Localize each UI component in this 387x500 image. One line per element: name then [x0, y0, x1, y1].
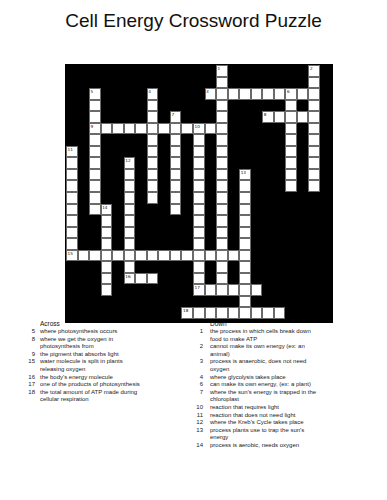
grid-cell[interactable]: [251, 88, 263, 100]
grid-block: [205, 180, 217, 192]
grid-cell[interactable]: [239, 88, 251, 100]
grid-block: [274, 227, 286, 239]
grid-cell[interactable]: 7: [170, 111, 182, 123]
grid-cell[interactable]: [66, 180, 78, 192]
grid-cell[interactable]: [262, 88, 274, 100]
grid-block: [78, 88, 90, 100]
grid-block: [262, 157, 274, 169]
grid-cell[interactable]: [308, 180, 320, 192]
grid-cell[interactable]: [193, 250, 205, 262]
grid-cell[interactable]: [239, 227, 251, 239]
grid-cell[interactable]: [216, 88, 228, 100]
grid-block: [251, 261, 263, 273]
grid-cell[interactable]: [193, 134, 205, 146]
grid-cell[interactable]: [170, 157, 182, 169]
grid-block: [274, 238, 286, 250]
grid-cell[interactable]: [239, 192, 251, 204]
grid-cell[interactable]: [216, 111, 228, 123]
grid-block: [297, 307, 309, 319]
grid-block: [181, 227, 193, 239]
grid-block: [251, 169, 263, 181]
grid-block: [308, 273, 320, 285]
grid-block: [135, 146, 147, 158]
grid-cell[interactable]: [228, 307, 240, 319]
grid-block: [181, 88, 193, 100]
grid-block: [147, 261, 159, 273]
grid-block: [66, 307, 78, 319]
clue-text: where the sun's energy is trapped in the…: [210, 389, 322, 404]
grid-cell[interactable]: [193, 238, 205, 250]
grid-cell[interactable]: [228, 88, 240, 100]
clue-number: 4: [190, 374, 203, 382]
grid-cell[interactable]: [216, 123, 228, 135]
grid-block: [89, 307, 101, 319]
clue-number: 2: [190, 343, 203, 351]
grid-cell[interactable]: [205, 123, 217, 135]
grid-block: [78, 192, 90, 204]
grid-cell[interactable]: [147, 111, 159, 123]
grid-cell[interactable]: [193, 192, 205, 204]
grid-cell[interactable]: [216, 215, 228, 227]
grid-cell[interactable]: [205, 250, 217, 262]
grid-cell[interactable]: [216, 192, 228, 204]
grid-block: [112, 169, 124, 181]
grid-block: [251, 111, 263, 123]
grid-cell[interactable]: [285, 169, 297, 181]
grid-cell[interactable]: [66, 192, 78, 204]
grid-cell[interactable]: [124, 192, 136, 204]
grid-block: [228, 192, 240, 204]
grid-block: [89, 296, 101, 308]
grid-cell[interactable]: 13: [239, 169, 251, 181]
grid-cell[interactable]: [239, 180, 251, 192]
grid-cell[interactable]: [216, 169, 228, 181]
grid-block: [66, 111, 78, 123]
grid-cell[interactable]: [193, 180, 205, 192]
grid-block: [285, 65, 297, 77]
grid-cell[interactable]: [147, 169, 159, 181]
grid-block: [239, 111, 251, 123]
grid-block: [297, 284, 309, 296]
grid-block: [285, 307, 297, 319]
grid-block: [308, 215, 320, 227]
grid-block: [66, 65, 78, 77]
grid-cell[interactable]: [135, 273, 147, 285]
grid-cell[interactable]: [297, 88, 309, 100]
grid-block: [78, 65, 90, 77]
grid-block: [262, 180, 274, 192]
grid-cell[interactable]: [78, 250, 90, 262]
cell-number: 9: [91, 124, 94, 129]
grid-cell[interactable]: [216, 146, 228, 158]
grid-cell[interactable]: [124, 169, 136, 181]
grid-cell[interactable]: [228, 250, 240, 262]
grid-block: [251, 192, 263, 204]
grid-cell[interactable]: [101, 123, 113, 135]
grid-cell[interactable]: 5: [89, 88, 101, 100]
grid-cell[interactable]: [124, 238, 136, 250]
grid-cell[interactable]: [239, 284, 251, 296]
grid-cell[interactable]: [181, 250, 193, 262]
grid-cell[interactable]: [308, 123, 320, 135]
grid-block: [251, 215, 263, 227]
grid-block: [147, 284, 159, 296]
grid-cell[interactable]: [239, 261, 251, 273]
grid-cell[interactable]: [124, 123, 136, 135]
grid-cell[interactable]: [124, 215, 136, 227]
grid-block: [124, 284, 136, 296]
grid-cell[interactable]: [216, 77, 228, 89]
grid-block: [308, 204, 320, 216]
grid-cell[interactable]: [216, 180, 228, 192]
grid-cell[interactable]: [216, 227, 228, 239]
grid-cell[interactable]: [89, 134, 101, 146]
grid-cell[interactable]: [181, 123, 193, 135]
grid-cell[interactable]: [216, 134, 228, 146]
grid-block: [181, 65, 193, 77]
grid-cell[interactable]: [193, 261, 205, 273]
grid-cell[interactable]: 14: [101, 204, 113, 216]
grid-block: [297, 100, 309, 112]
grid-cell[interactable]: 16: [124, 273, 136, 285]
grid-block: [181, 192, 193, 204]
grid-cell[interactable]: [308, 169, 320, 181]
grid-cell[interactable]: [193, 169, 205, 181]
grid-cell[interactable]: [274, 307, 286, 319]
grid-cell[interactable]: [308, 134, 320, 146]
grid-block: [170, 273, 182, 285]
grid-cell[interactable]: [147, 146, 159, 158]
grid-block: [228, 261, 240, 273]
clue-number: 18: [22, 389, 35, 397]
grid-cell[interactable]: [216, 204, 228, 216]
grid-cell[interactable]: [89, 146, 101, 158]
grid-block: [89, 65, 101, 77]
clue-item: 10reaction that requires light: [190, 404, 370, 412]
clue-text: process is aerobic, needs oxygen: [210, 442, 322, 450]
grid-block: [228, 123, 240, 135]
clue-number: 13: [190, 427, 203, 435]
grid-cell[interactable]: [158, 123, 170, 135]
grid-cell[interactable]: [308, 77, 320, 89]
grid-cell[interactable]: [193, 307, 205, 319]
grid-cell[interactable]: [239, 215, 251, 227]
grid-cell[interactable]: [170, 192, 182, 204]
grid-block: [147, 238, 159, 250]
grid-cell[interactable]: [112, 123, 124, 135]
grid-cell[interactable]: [124, 204, 136, 216]
grid-block: [285, 250, 297, 262]
grid-block: [193, 111, 205, 123]
grid-block: [181, 77, 193, 89]
grid-cell[interactable]: 12: [124, 157, 136, 169]
grid-cell[interactable]: [262, 307, 274, 319]
grid-block: [285, 227, 297, 239]
grid-block: [262, 261, 274, 273]
grid-cell[interactable]: [193, 204, 205, 216]
grid-cell[interactable]: [193, 146, 205, 158]
grid-cell[interactable]: [170, 204, 182, 216]
grid-cell[interactable]: [101, 227, 113, 239]
grid-block: [89, 227, 101, 239]
grid-cell[interactable]: [158, 250, 170, 262]
grid-cell[interactable]: [170, 134, 182, 146]
grid-cell[interactable]: [66, 157, 78, 169]
grid-cell[interactable]: [216, 250, 228, 262]
grid-block: [135, 227, 147, 239]
grid-cell[interactable]: [101, 238, 113, 250]
grid-cell[interactable]: [101, 273, 113, 285]
grid-cell[interactable]: [101, 261, 113, 273]
grid-block: [181, 296, 193, 308]
grid-cell[interactable]: [251, 307, 263, 319]
grid-cell[interactable]: [112, 250, 124, 262]
grid-block: [112, 77, 124, 89]
clue-item: 18the total amount of ATP made during ce…: [22, 389, 187, 404]
grid-block: [147, 215, 159, 227]
grid-cell[interactable]: [308, 157, 320, 169]
clue-number: 12: [190, 419, 203, 427]
grid-cell[interactable]: [228, 284, 240, 296]
grid-cell[interactable]: [193, 215, 205, 227]
grid-cell[interactable]: [124, 250, 136, 262]
grid-cell[interactable]: 3: [205, 88, 217, 100]
grid-cell[interactable]: [308, 111, 320, 123]
grid-cell[interactable]: [89, 157, 101, 169]
grid-block: [101, 169, 113, 181]
grid-cell[interactable]: [274, 88, 286, 100]
grid-block: [66, 100, 78, 112]
grid-cell[interactable]: [89, 250, 101, 262]
grid-block: [251, 123, 263, 135]
grid-block: [124, 100, 136, 112]
grid-cell[interactable]: [124, 180, 136, 192]
clue-text: can make its own energy, (ex: a plant): [210, 381, 322, 389]
grid-cell[interactable]: [66, 169, 78, 181]
grid-cell[interactable]: [285, 123, 297, 135]
grid-block: [124, 146, 136, 158]
grid-cell[interactable]: [66, 204, 78, 216]
grid-cell[interactable]: 11: [66, 146, 78, 158]
grid-block: [181, 284, 193, 296]
grid-block: [158, 100, 170, 112]
grid-cell[interactable]: 8: [262, 111, 274, 123]
grid-cell[interactable]: [66, 238, 78, 250]
grid-cell[interactable]: [216, 100, 228, 112]
grid-cell[interactable]: [170, 250, 182, 262]
grid-cell[interactable]: 9: [89, 123, 101, 135]
grid-block: [181, 111, 193, 123]
grid-block: [158, 146, 170, 158]
grid-cell[interactable]: 18: [181, 307, 193, 319]
grid-cell[interactable]: [193, 157, 205, 169]
grid-cell[interactable]: [216, 157, 228, 169]
cell-number: 15: [68, 251, 73, 256]
grid-cell[interactable]: 4: [147, 88, 159, 100]
grid-cell[interactable]: [297, 111, 309, 123]
grid-cell[interactable]: [147, 192, 159, 204]
clue-text: process plants use to trap the sun's ene…: [210, 427, 322, 442]
grid-cell[interactable]: [285, 180, 297, 192]
cell-number: 16: [125, 274, 130, 279]
cell-number: 8: [264, 112, 267, 117]
grid-block: [158, 111, 170, 123]
clue-item: 8where we get the oxygen in photosynthes…: [22, 336, 187, 351]
grid-cell[interactable]: 15: [66, 250, 78, 262]
grid-cell[interactable]: [239, 250, 251, 262]
grid-cell[interactable]: [147, 180, 159, 192]
grid-cell[interactable]: [89, 169, 101, 181]
grid-block: [78, 307, 90, 319]
grid-block: [274, 77, 286, 89]
grid-cell[interactable]: [239, 307, 251, 319]
grid-cell[interactable]: 6: [285, 88, 297, 100]
grid-cell[interactable]: [193, 273, 205, 285]
grid-block: [262, 204, 274, 216]
grid-block: [101, 77, 113, 89]
grid-cell[interactable]: [66, 215, 78, 227]
grid-cell[interactable]: [216, 284, 228, 296]
grid-cell[interactable]: [170, 180, 182, 192]
grid-block: [228, 204, 240, 216]
grid-block: [181, 157, 193, 169]
grid-cell[interactable]: [66, 227, 78, 239]
grid-block: [228, 273, 240, 285]
grid-block: [205, 296, 217, 308]
grid-block: [285, 273, 297, 285]
grid-cell[interactable]: [285, 111, 297, 123]
grid-block: [135, 77, 147, 89]
grid-cell[interactable]: [89, 192, 101, 204]
grid-cell[interactable]: [135, 250, 147, 262]
cell-number: 3: [206, 89, 209, 94]
cell-number: 1: [218, 66, 221, 71]
grid-block: [124, 65, 136, 77]
grid-cell[interactable]: [124, 261, 136, 273]
grid-cell[interactable]: [308, 100, 320, 112]
grid-cell[interactable]: [170, 169, 182, 181]
grid-block: [216, 296, 228, 308]
grid-cell[interactable]: [285, 134, 297, 146]
grid-cell[interactable]: [147, 157, 159, 169]
grid-cell[interactable]: [239, 204, 251, 216]
grid-block: [297, 261, 309, 273]
clue-number: 10: [190, 404, 203, 412]
grid-cell[interactable]: [274, 111, 286, 123]
grid-block: [262, 65, 274, 77]
grid-cell[interactable]: [170, 123, 182, 135]
grid-cell[interactable]: [285, 100, 297, 112]
grid-block: [274, 169, 286, 181]
grid-block: [274, 215, 286, 227]
grid-cell[interactable]: [216, 238, 228, 250]
clue-number: 3: [190, 358, 203, 366]
grid-cell[interactable]: 2: [308, 65, 320, 77]
grid-block: [274, 100, 286, 112]
grid-block: [228, 215, 240, 227]
grid-block: [205, 77, 217, 89]
cell-number: 6: [287, 89, 290, 94]
grid-cell[interactable]: [147, 100, 159, 112]
grid-cell[interactable]: [239, 296, 251, 308]
grid-cell[interactable]: [308, 146, 320, 158]
clue-text: one of the products of photosynthesis: [40, 381, 140, 389]
grid-block: [297, 227, 309, 239]
grid-cell[interactable]: 1: [216, 65, 228, 77]
grid-block: [170, 307, 182, 319]
grid-block: [228, 146, 240, 158]
grid-cell[interactable]: [239, 273, 251, 285]
grid-cell[interactable]: [205, 284, 217, 296]
grid-block: [101, 157, 113, 169]
grid-cell[interactable]: 17: [193, 284, 205, 296]
grid-block: [135, 100, 147, 112]
grid-cell[interactable]: [147, 250, 159, 262]
grid-block: [285, 296, 297, 308]
grid-cell[interactable]: [193, 227, 205, 239]
grid-cell[interactable]: [101, 250, 113, 262]
grid-cell[interactable]: [89, 111, 101, 123]
page-title: Cell Energy Crossword Puzzle: [0, 10, 387, 32]
grid-cell[interactable]: [251, 284, 263, 296]
grid-cell[interactable]: [89, 204, 101, 216]
grid-block: [251, 227, 263, 239]
grid-cell[interactable]: [216, 273, 228, 285]
grid-block: [193, 88, 205, 100]
grid-block: [181, 169, 193, 181]
grid-cell[interactable]: [147, 123, 159, 135]
grid-block: [297, 204, 309, 216]
grid-cell[interactable]: [285, 146, 297, 158]
grid-cell[interactable]: [216, 307, 228, 319]
grid-block: [262, 146, 274, 158]
grid-cell[interactable]: [135, 123, 147, 135]
grid-cell[interactable]: [285, 157, 297, 169]
grid-cell[interactable]: [216, 261, 228, 273]
grid-block: [135, 88, 147, 100]
grid-cell[interactable]: [308, 88, 320, 100]
grid-cell[interactable]: [205, 307, 217, 319]
grid-cell[interactable]: [147, 134, 159, 146]
grid-cell[interactable]: 10: [193, 123, 205, 135]
grid-block: [66, 134, 78, 146]
grid-block: [274, 250, 286, 262]
grid-cell[interactable]: [170, 146, 182, 158]
grid-block: [274, 192, 286, 204]
grid-block: [193, 100, 205, 112]
clue-text: where the Kreb's Cycle takes place: [210, 419, 322, 427]
clue-item: 3process is anaerobic, does not need oxy…: [190, 358, 370, 373]
grid-block: [228, 77, 240, 89]
grid-cell[interactable]: [101, 284, 113, 296]
grid-block: [297, 77, 309, 89]
cell-number: 17: [195, 285, 200, 290]
cell-number: 13: [241, 170, 246, 175]
grid-block: [205, 169, 217, 181]
grid-cell[interactable]: [101, 215, 113, 227]
grid-block: [297, 296, 309, 308]
grid-cell[interactable]: [124, 227, 136, 239]
clue-item: 4where glycolysis takes place: [190, 374, 370, 382]
grid-cell[interactable]: [239, 238, 251, 250]
grid-block: [170, 88, 182, 100]
grid-block: [89, 238, 101, 250]
grid-cell[interactable]: [89, 180, 101, 192]
grid-block: [274, 134, 286, 146]
grid-block: [170, 100, 182, 112]
grid-cell[interactable]: [89, 100, 101, 112]
grid-cell[interactable]: [147, 273, 159, 285]
